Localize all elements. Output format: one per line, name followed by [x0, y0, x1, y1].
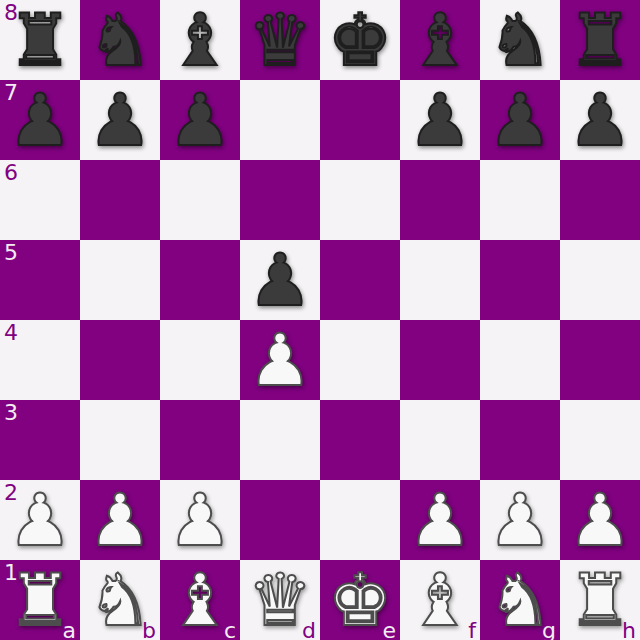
rank-label-5: 5	[4, 240, 18, 265]
square-c6[interactable]	[160, 160, 240, 240]
square-c7[interactable]: ♟︎	[160, 80, 240, 160]
square-d6[interactable]	[240, 160, 320, 240]
square-d2[interactable]	[240, 480, 320, 560]
piece-white-pawn[interactable]: ♟︎	[480, 480, 560, 560]
square-h2[interactable]: ♟︎	[560, 480, 640, 560]
square-d8[interactable]: ♛︎	[240, 0, 320, 80]
square-f4[interactable]	[400, 320, 480, 400]
square-c5[interactable]	[160, 240, 240, 320]
square-e4[interactable]	[320, 320, 400, 400]
square-h5[interactable]	[560, 240, 640, 320]
piece-black-pawn[interactable]: ♟︎	[160, 80, 240, 160]
square-g8[interactable]: ♞︎	[480, 0, 560, 80]
square-a4[interactable]: 4	[0, 320, 80, 400]
piece-black-pawn[interactable]: ♟︎	[240, 240, 320, 320]
square-g5[interactable]	[480, 240, 560, 320]
square-b5[interactable]	[80, 240, 160, 320]
square-c1[interactable]: c♝︎	[160, 560, 240, 640]
square-g4[interactable]	[480, 320, 560, 400]
square-e5[interactable]	[320, 240, 400, 320]
file-label-a: a	[63, 618, 76, 640]
rank-label-7: 7	[4, 80, 18, 105]
piece-white-pawn[interactable]: ♟︎	[80, 480, 160, 560]
square-e6[interactable]	[320, 160, 400, 240]
square-f1[interactable]: f♝︎	[400, 560, 480, 640]
square-h4[interactable]	[560, 320, 640, 400]
square-f7[interactable]: ♟︎	[400, 80, 480, 160]
square-b4[interactable]	[80, 320, 160, 400]
piece-black-pawn[interactable]: ♟︎	[400, 80, 480, 160]
piece-black-king[interactable]: ♚︎	[320, 0, 400, 80]
piece-black-queen[interactable]: ♛︎	[240, 0, 320, 80]
square-e3[interactable]	[320, 400, 400, 480]
piece-black-knight[interactable]: ♞︎	[480, 0, 560, 80]
file-label-e: e	[382, 618, 396, 640]
square-a7[interactable]: 7♟︎	[0, 80, 80, 160]
piece-black-pawn[interactable]: ♟︎	[480, 80, 560, 160]
square-c4[interactable]	[160, 320, 240, 400]
square-g2[interactable]: ♟︎	[480, 480, 560, 560]
square-e2[interactable]	[320, 480, 400, 560]
piece-white-pawn[interactable]: ♟︎	[240, 320, 320, 400]
square-a6[interactable]: 6	[0, 160, 80, 240]
file-label-c: c	[224, 618, 236, 640]
file-label-g: g	[542, 618, 556, 640]
piece-white-pawn[interactable]: ♟︎	[160, 480, 240, 560]
square-e7[interactable]	[320, 80, 400, 160]
square-f6[interactable]	[400, 160, 480, 240]
square-c2[interactable]: ♟︎	[160, 480, 240, 560]
square-b8[interactable]: ♞︎	[80, 0, 160, 80]
piece-black-bishop[interactable]: ♝︎	[160, 0, 240, 80]
square-a2[interactable]: 2♟︎	[0, 480, 80, 560]
square-d4[interactable]: ♟︎	[240, 320, 320, 400]
piece-black-rook[interactable]: ♜︎	[560, 0, 640, 80]
square-h8[interactable]: ♜︎	[560, 0, 640, 80]
square-b2[interactable]: ♟︎	[80, 480, 160, 560]
rank-label-8: 8	[4, 0, 18, 25]
square-f2[interactable]: ♟︎	[400, 480, 480, 560]
file-label-d: d	[302, 618, 316, 640]
piece-black-knight[interactable]: ♞︎	[80, 0, 160, 80]
square-b7[interactable]: ♟︎	[80, 80, 160, 160]
square-d1[interactable]: d♛︎	[240, 560, 320, 640]
square-f5[interactable]	[400, 240, 480, 320]
rank-label-2: 2	[4, 480, 18, 505]
square-d7[interactable]	[240, 80, 320, 160]
square-g7[interactable]: ♟︎	[480, 80, 560, 160]
rank-label-4: 4	[4, 320, 18, 345]
rank-label-1: 1	[4, 560, 18, 585]
piece-white-pawn[interactable]: ♟︎	[560, 480, 640, 560]
piece-black-bishop[interactable]: ♝︎	[400, 0, 480, 80]
square-h3[interactable]	[560, 400, 640, 480]
square-a3[interactable]: 3	[0, 400, 80, 480]
square-e1[interactable]: e♚︎	[320, 560, 400, 640]
square-f8[interactable]: ♝︎	[400, 0, 480, 80]
square-h6[interactable]	[560, 160, 640, 240]
square-a1[interactable]: 1a♜︎	[0, 560, 80, 640]
square-a5[interactable]: 5	[0, 240, 80, 320]
square-b6[interactable]	[80, 160, 160, 240]
rank-label-3: 3	[4, 400, 18, 425]
file-label-b: b	[142, 618, 156, 640]
piece-black-pawn[interactable]: ♟︎	[560, 80, 640, 160]
rank-label-6: 6	[4, 160, 18, 185]
square-g6[interactable]	[480, 160, 560, 240]
square-h1[interactable]: h♜︎	[560, 560, 640, 640]
square-g3[interactable]	[480, 400, 560, 480]
square-a8[interactable]: 8♜︎	[0, 0, 80, 80]
square-d5[interactable]: ♟︎	[240, 240, 320, 320]
square-f3[interactable]	[400, 400, 480, 480]
square-g1[interactable]: g♞︎	[480, 560, 560, 640]
square-b3[interactable]	[80, 400, 160, 480]
chess-board: 8♜︎♞︎♝︎♛︎♚︎♝︎♞︎♜︎7♟︎♟︎♟︎♟︎♟︎♟︎65♟︎4♟︎32♟…	[0, 0, 640, 640]
square-b1[interactable]: b♞︎	[80, 560, 160, 640]
piece-white-pawn[interactable]: ♟︎	[400, 480, 480, 560]
square-e8[interactable]: ♚︎	[320, 0, 400, 80]
square-c8[interactable]: ♝︎	[160, 0, 240, 80]
file-label-h: h	[622, 618, 636, 640]
file-label-f: f	[468, 618, 476, 640]
square-h7[interactable]: ♟︎	[560, 80, 640, 160]
square-c3[interactable]	[160, 400, 240, 480]
square-d3[interactable]	[240, 400, 320, 480]
piece-black-pawn[interactable]: ♟︎	[80, 80, 160, 160]
